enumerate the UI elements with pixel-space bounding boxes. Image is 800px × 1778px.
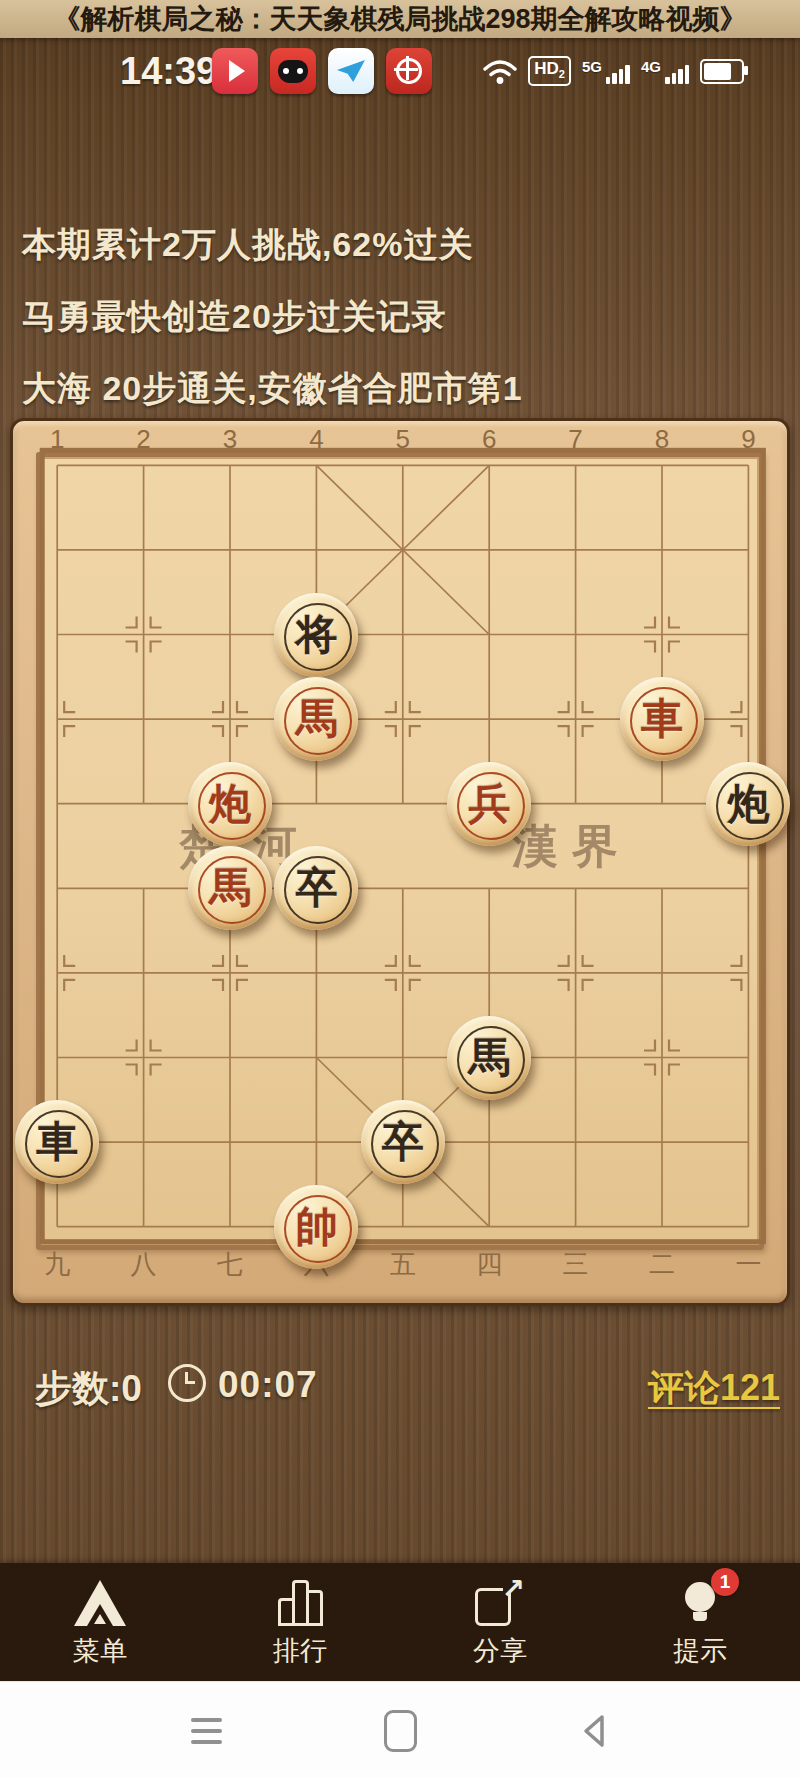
piece-black-車[interactable]: 車 — [15, 1100, 99, 1184]
status-bar: 14:39 HD2 5G 4G — [0, 38, 800, 104]
info-line-leader: 大海 20步通关,安徽省合肥市第1 — [22, 366, 523, 412]
xiangqi-board: 123456789 九八七六五四三二一 楚河漢界将馬車炮兵炮馬卒馬車卒帥 — [10, 418, 790, 1306]
piece-black-馬[interactable]: 馬 — [447, 1016, 531, 1100]
video-title-bar: 《解析棋局之秘：天天象棋残局挑战298期全解攻略视频》 — [0, 0, 800, 38]
home-square-icon — [384, 1710, 417, 1752]
nav-label: 提示 — [673, 1633, 727, 1669]
piece-red-兵[interactable]: 兵 — [447, 762, 531, 846]
cat-icon — [278, 60, 308, 83]
nav-label: 分享 — [473, 1633, 527, 1669]
piece-black-卒[interactable]: 卒 — [361, 1100, 445, 1184]
back-triangle-icon — [578, 1712, 610, 1750]
video-play-app-icon — [212, 48, 258, 94]
wifi-icon — [483, 58, 517, 85]
info-line-record: 马勇最快创造20步过关记录 — [22, 294, 523, 340]
bar-chart-icon — [278, 1580, 323, 1626]
hint-badge: 1 — [711, 1568, 739, 1596]
android-home-button[interactable] — [383, 1712, 417, 1750]
piece-black-炮[interactable]: 炮 — [706, 762, 790, 846]
board-grid[interactable]: 楚河漢界将馬車炮兵炮馬卒馬車卒帥 — [14, 423, 792, 1269]
android-nav-bar — [0, 1681, 800, 1778]
move-counter: 步数:0 — [35, 1364, 142, 1414]
paper-plane-icon — [337, 60, 365, 82]
game-stats-row: 步数:0 00:07 评论121 — [0, 1358, 800, 1414]
share-icon: ↗ — [475, 1578, 525, 1626]
info-line-participants: 本期累计2万人挑战,62%过关 — [22, 222, 523, 268]
battery-icon — [700, 59, 744, 84]
nav-item-share[interactable]: ↗ 分享 — [473, 1576, 527, 1669]
comments-link[interactable]: 评论121 — [648, 1364, 780, 1413]
piece-red-帥[interactable]: 帥 — [274, 1185, 358, 1269]
hamburger-icon — [191, 1718, 222, 1744]
bottom-nav: 菜单 排行 ↗ 分享 1 提示 — [0, 1563, 800, 1681]
android-back-button[interactable] — [577, 1712, 611, 1750]
hd-volte-icon: HD2 — [528, 56, 571, 86]
red-emblem-app-icon — [386, 48, 432, 94]
piece-red-馬[interactable]: 馬 — [274, 677, 358, 761]
emblem-icon — [396, 58, 422, 84]
notification-app-icons — [212, 48, 432, 94]
clock-time: 14:39 — [120, 50, 217, 93]
play-icon — [229, 60, 245, 82]
piece-red-馬[interactable]: 馬 — [188, 846, 272, 930]
nav-label: 排行 — [273, 1633, 327, 1669]
4g-signal-icon: 4G — [641, 58, 689, 84]
piece-red-車[interactable]: 車 — [620, 677, 704, 761]
tmall-cat-app-icon — [270, 48, 316, 94]
challenge-info: 本期累计2万人挑战,62%过关 马勇最快创造20步过关记录 大海 20步通关,安… — [22, 222, 523, 438]
lightbulb-icon: 1 — [683, 1580, 717, 1626]
piece-black-将[interactable]: 将 — [274, 593, 358, 677]
piece-red-炮[interactable]: 炮 — [188, 762, 272, 846]
nav-item-ranking[interactable]: 排行 — [273, 1576, 327, 1669]
5g-signal-icon: 5G — [582, 58, 630, 84]
timer-clock-icon — [168, 1364, 206, 1402]
river-text-han-jie: 漢界 — [511, 821, 632, 872]
status-indicators: HD2 5G 4G — [483, 46, 744, 96]
telegram-app-icon — [328, 48, 374, 94]
menu-mountain-icon — [74, 1580, 126, 1626]
nav-item-menu[interactable]: 菜单 — [73, 1576, 127, 1669]
timer-value: 00:07 — [218, 1364, 318, 1406]
nav-item-hint[interactable]: 1 提示 — [673, 1576, 727, 1669]
nav-label: 菜单 — [73, 1633, 127, 1669]
android-menu-button[interactable] — [189, 1712, 223, 1750]
page-title: 《解析棋局之秘：天天象棋残局挑战298期全解攻略视频》 — [53, 1, 746, 37]
